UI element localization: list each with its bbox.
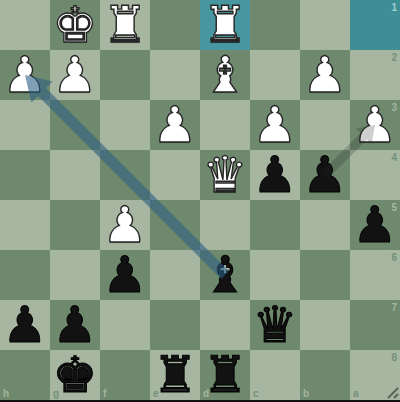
piece-white-pawn-c3[interactable]: ♟ [250, 100, 300, 150]
black-queen-glyph: ♛ [253, 300, 298, 350]
square-c1[interactable] [250, 0, 300, 50]
black-pawn-glyph: ♟ [253, 150, 298, 200]
piece-black-bishop-d6[interactable]: ♝+ [200, 250, 250, 300]
piece-white-bishop-d2[interactable]: ♝+ [200, 50, 250, 100]
white-pawn-glyph: ♟ [3, 50, 48, 100]
black-pawn-glyph: ♟ [103, 250, 148, 300]
coord-file-h: h [3, 388, 9, 399]
black-rook-glyph: ♜ [153, 350, 198, 400]
piece-white-king-g1[interactable]: ♚ [50, 0, 100, 50]
square-a7[interactable]: 7 [350, 300, 400, 350]
piece-black-king-g8[interactable]: ♚ [50, 350, 100, 400]
square-g5[interactable] [50, 200, 100, 250]
black-king-glyph: ♚ [53, 350, 98, 400]
black-pawn-glyph: ♟ [353, 200, 398, 250]
piece-white-pawn-a3[interactable]: ♟ [350, 100, 400, 150]
piece-white-pawn-e3[interactable]: ♟ [150, 100, 200, 150]
square-f7[interactable] [100, 300, 150, 350]
square-f2[interactable] [100, 50, 150, 100]
coord-file-b: b [303, 388, 309, 399]
black-pawn-glyph: ♟ [303, 150, 348, 200]
white-pawn-glyph: ♟ [303, 50, 348, 100]
white-queen-glyph: ♛ [203, 150, 248, 200]
piece-black-pawn-c4[interactable]: ♟ [250, 150, 300, 200]
coord-rank-8: 8 [391, 352, 397, 363]
square-c5[interactable] [250, 200, 300, 250]
piece-white-pawn-f5[interactable]: ♟ [100, 200, 150, 250]
piece-black-pawn-f6[interactable]: ♟ [100, 250, 150, 300]
square-b7[interactable] [300, 300, 350, 350]
square-a6[interactable]: 6 [350, 250, 400, 300]
coord-rank-2: 2 [391, 52, 397, 63]
square-b6[interactable] [300, 250, 350, 300]
square-e6[interactable] [150, 250, 200, 300]
square-e4[interactable] [150, 150, 200, 200]
square-b1[interactable] [300, 0, 350, 50]
square-h1[interactable] [0, 0, 50, 50]
white-pawn-glyph: ♟ [53, 50, 98, 100]
piece-black-pawn-b4[interactable]: ♟ [300, 150, 350, 200]
square-c6[interactable] [250, 250, 300, 300]
piece-black-rook-e8[interactable]: ♜ [150, 350, 200, 400]
chess-board: 1234567hgfedcb8a ♚♜♜♟♟♝+♟♟♟♟♛♟♟♟♟♟♝+♟♟♛♚… [0, 0, 400, 400]
piece-white-rook-f1[interactable]: ♜ [100, 0, 150, 50]
white-rook-glyph: ♜ [203, 0, 248, 50]
white-pawn-glyph: ♟ [103, 200, 148, 250]
square-d3[interactable] [200, 100, 250, 150]
square-e1[interactable] [150, 0, 200, 50]
square-a4[interactable]: 4 [350, 150, 400, 200]
black-rook-glyph: ♜ [203, 350, 248, 400]
black-pawn-glyph: ♟ [53, 300, 98, 350]
square-h8[interactable]: h [0, 350, 50, 400]
white-king-glyph: ♚ [53, 0, 98, 50]
square-g3[interactable] [50, 100, 100, 150]
resize-grip-icon[interactable] [385, 385, 399, 399]
square-c8[interactable]: c [250, 350, 300, 400]
square-g6[interactable] [50, 250, 100, 300]
piece-white-rook-d1[interactable]: ♜ [200, 0, 250, 50]
bishop-cross-icon: + [220, 262, 231, 275]
square-g4[interactable] [50, 150, 100, 200]
square-b8[interactable]: b [300, 350, 350, 400]
coord-file-c: c [253, 388, 259, 399]
piece-black-pawn-a5[interactable]: ♟ [350, 200, 400, 250]
white-pawn-glyph: ♟ [253, 100, 298, 150]
square-a1[interactable]: 1 [350, 0, 400, 50]
square-h4[interactable] [0, 150, 50, 200]
piece-black-pawn-g7[interactable]: ♟ [50, 300, 100, 350]
white-pawn-glyph: ♟ [353, 100, 398, 150]
piece-black-rook-d8[interactable]: ♜ [200, 350, 250, 400]
square-h3[interactable] [0, 100, 50, 150]
coord-file-a: a [353, 388, 359, 399]
square-f3[interactable] [100, 100, 150, 150]
square-b5[interactable] [300, 200, 350, 250]
square-f8[interactable]: f [100, 350, 150, 400]
square-c2[interactable] [250, 50, 300, 100]
square-e5[interactable] [150, 200, 200, 250]
white-pawn-glyph: ♟ [153, 100, 198, 150]
bishop-cross-icon: + [220, 62, 231, 75]
piece-white-queen-d4[interactable]: ♛ [200, 150, 250, 200]
square-b3[interactable] [300, 100, 350, 150]
square-e7[interactable] [150, 300, 200, 350]
piece-black-queen-c7[interactable]: ♛ [250, 300, 300, 350]
piece-white-pawn-b2[interactable]: ♟ [300, 50, 350, 100]
coord-rank-1: 1 [391, 2, 397, 13]
square-e2[interactable] [150, 50, 200, 100]
white-rook-glyph: ♜ [103, 0, 148, 50]
square-h6[interactable] [0, 250, 50, 300]
black-pawn-glyph: ♟ [3, 300, 48, 350]
square-d7[interactable] [200, 300, 250, 350]
piece-white-pawn-g2[interactable]: ♟ [50, 50, 100, 100]
piece-white-pawn-h2[interactable]: ♟ [0, 50, 50, 100]
coord-file-f: f [103, 388, 106, 399]
square-a2[interactable]: 2 [350, 50, 400, 100]
square-d5[interactable] [200, 200, 250, 250]
square-h5[interactable] [0, 200, 50, 250]
square-f4[interactable] [100, 150, 150, 200]
coord-rank-7: 7 [391, 302, 397, 313]
piece-black-pawn-h7[interactable]: ♟ [0, 300, 50, 350]
